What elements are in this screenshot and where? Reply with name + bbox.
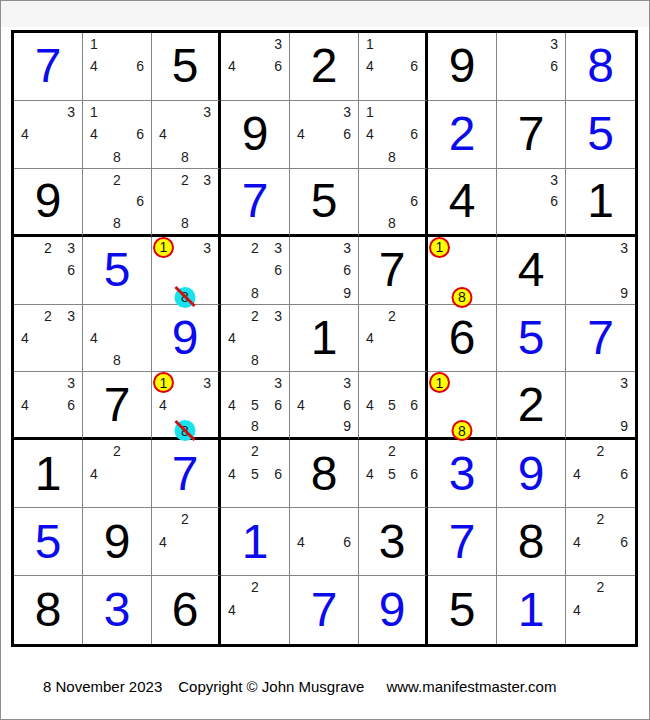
candidate-6: 6 [410,127,418,141]
cell-r2c3[interactable]: 348 [152,101,221,169]
candidate-2: 2 [597,444,605,458]
cell-r6c6[interactable]: 456 [359,372,428,440]
candidate-3: 3 [620,376,628,390]
solved-digit: 5 [14,508,82,575]
cell-r9c1[interactable]: 8 [14,576,83,644]
candidate-3: 3 [67,309,75,323]
candidate-4: 4 [21,127,29,141]
cell-r7c4[interactable]: 2456 [221,440,290,508]
footer-copyright: Copyright © John Musgrave [178,678,364,695]
given-digit: 2 [290,33,358,100]
candidate-8-yellow-highlight: 8 [452,287,473,308]
candidate-8-yellow-highlight: 8 [452,420,473,441]
candidate-6: 6 [343,263,351,277]
solved-digit: 3 [83,576,151,644]
solved-digit: 9 [359,576,425,644]
given-digit: 2 [497,372,565,437]
cell-r9c2[interactable]: 3 [83,576,152,644]
given-digit: 6 [152,576,218,644]
cell-r5c4[interactable]: 2348 [221,305,290,373]
candidate-2: 2 [597,512,605,526]
candidate-6: 6 [343,127,351,141]
candidate-4: 4 [297,127,305,141]
solved-digit: 8 [566,33,635,100]
candidate-3: 3 [550,37,558,51]
highlight-candidate-circle: 1 [429,237,450,258]
solved-digit: 9 [497,440,565,507]
eliminated-candidate-circle: 8 [175,420,196,441]
candidate-3: 3 [274,241,282,255]
candidate-1-yellow-highlight: 1 [153,237,174,258]
candidate-6: 6 [410,467,418,481]
given-digit: 9 [221,101,289,168]
candidate-5: 5 [251,467,259,481]
candidate-6: 6 [410,194,418,208]
cell-r4c7[interactable]: 18 [428,237,497,305]
solved-digit: 5 [83,237,151,304]
given-digit: 1 [290,305,358,372]
cell-r5c6[interactable]: 24 [359,305,428,373]
candidate-8: 8 [113,150,121,164]
cell-r3c7[interactable]: 4 [428,169,497,237]
candidate-3: 3 [67,105,75,119]
candidate-6: 6 [67,263,75,277]
solved-digit: 3 [428,440,496,507]
cell-r6c5[interactable]: 3469 [290,372,359,440]
cell-r7c9[interactable]: 246 [566,440,635,508]
cell-r1c5[interactable]: 2 [290,33,359,101]
cell-r8c5[interactable]: 46 [290,508,359,576]
candidate-1-yellow-highlight: 1 [429,237,450,258]
cell-r6c7[interactable]: 18 [428,372,497,440]
cell-r1c3[interactable]: 5 [152,33,221,101]
candidate-5: 5 [251,398,259,412]
highlight-candidate-circle: 1 [429,372,450,393]
candidate-3: 3 [203,173,211,187]
candidate-8: 8 [251,419,259,433]
candidate-4: 4 [366,127,374,141]
given-digit: 3 [359,508,425,575]
sudoku-board: 7146534621469368341468348934614682759268… [11,30,638,647]
candidate-4: 4 [573,535,581,549]
cell-r7c6[interactable]: 2456 [359,440,428,508]
highlight-candidate-circle: 1 [153,237,174,258]
cell-r5c3[interactable]: 9 [152,305,221,373]
given-digit: 5 [290,169,358,234]
cell-r2c6[interactable]: 1468 [359,101,428,169]
candidate-2: 2 [44,309,52,323]
given-digit: 7 [497,101,565,168]
candidate-3: 3 [67,241,75,255]
cell-r4c5[interactable]: 369 [290,237,359,305]
solved-digit: 5 [566,101,635,168]
cell-r2c4[interactable]: 9 [221,101,290,169]
candidate-6: 6 [274,467,282,481]
candidate-3: 3 [274,376,282,390]
given-digit: 1 [14,440,82,507]
candidate-4: 4 [573,603,581,617]
cell-r3c9[interactable]: 1 [566,169,635,237]
candidate-4: 4 [159,127,167,141]
candidate-3: 3 [67,376,75,390]
cell-r9c4[interactable]: 24 [221,576,290,644]
footer-website: www.manifestmaster.com [386,678,556,695]
given-digit: 6 [428,305,496,372]
cell-r1c7[interactable]: 9 [428,33,497,101]
candidate-4: 4 [90,127,98,141]
candidate-1: 1 [90,105,98,119]
cell-r6c9[interactable]: 39 [566,372,635,440]
cell-r2c1[interactable]: 34 [14,101,83,169]
candidate-6: 6 [136,127,144,141]
candidate-3: 3 [343,241,351,255]
eliminated-candidate-circle: 8 [175,287,196,308]
candidate-2: 2 [251,444,259,458]
cell-r2c8[interactable]: 7 [497,101,566,169]
footer: 8 November 2023Copyright © John Musgrave… [43,679,556,696]
candidate-9: 9 [343,419,351,433]
solved-digit: 7 [290,576,358,644]
cell-r6c1[interactable]: 346 [14,372,83,440]
puzzle-page: 7146534621469368341468348934614682759268… [0,0,650,720]
candidate-6: 6 [410,398,418,412]
solved-digit: 7 [152,440,218,507]
candidate-4: 4 [228,603,236,617]
given-digit: 8 [14,576,82,644]
candidate-9: 9 [620,286,628,300]
candidate-digit: 8 [458,290,466,304]
cell-r3c5[interactable]: 5 [290,169,359,237]
candidate-3: 3 [274,309,282,323]
cell-r8c6[interactable]: 3 [359,508,428,576]
cell-r9c7[interactable]: 5 [428,576,497,644]
given-digit: 4 [428,169,496,234]
candidate-digit: 1 [436,240,444,254]
candidate-6: 6 [136,59,144,73]
solved-digit: 2 [428,101,496,168]
cell-r8c2[interactable]: 9 [83,508,152,576]
cell-r8c3[interactable]: 24 [152,508,221,576]
cell-r4c2[interactable]: 5 [83,237,152,305]
candidate-4: 4 [228,59,236,73]
candidate-6: 6 [343,535,351,549]
candidate-digit: 1 [436,376,444,390]
solved-digit: 9 [152,305,218,372]
candidate-8: 8 [181,150,189,164]
cell-r4c4[interactable]: 2368 [221,237,290,305]
cell-r2c7[interactable]: 2 [428,101,497,169]
candidate-6: 6 [550,194,558,208]
candidate-2: 2 [44,241,52,255]
candidate-8: 8 [388,150,396,164]
cell-r1c2[interactable]: 146 [83,33,152,101]
cell-r7c7[interactable]: 3 [428,440,497,508]
candidate-3: 3 [550,173,558,187]
cell-r2c9[interactable]: 5 [566,101,635,169]
highlight-candidate-circle: 8 [452,420,473,441]
cell-r8c9[interactable]: 246 [566,508,635,576]
candidate-6: 6 [136,194,144,208]
cell-r9c8[interactable]: 1 [497,576,566,644]
candidate-2: 2 [251,309,259,323]
cell-r1c1[interactable]: 7 [14,33,83,101]
candidate-4: 4 [297,398,305,412]
candidate-6: 6 [620,535,628,549]
candidate-2: 2 [181,512,189,526]
candidate-digit: 1 [160,240,168,254]
given-digit: 9 [14,169,82,234]
candidate-digit: 8 [181,424,189,438]
candidate-8: 8 [113,216,121,230]
cell-r7c1[interactable]: 1 [14,440,83,508]
candidate-4: 4 [228,398,236,412]
candidate-1-yellow-highlight: 1 [153,372,174,393]
candidate-2: 2 [251,580,259,594]
cell-r3c4[interactable]: 7 [221,169,290,237]
candidate-9: 9 [620,419,628,433]
candidate-3: 3 [620,241,628,255]
candidate-4: 4 [366,331,374,345]
cell-r5c8[interactable]: 5 [497,305,566,373]
cell-r7c2[interactable]: 24 [83,440,152,508]
candidate-3: 3 [343,376,351,390]
candidate-8-cyan-highlight: 8 [175,287,196,308]
cell-r6c4[interactable]: 34568 [221,372,290,440]
cell-r4c8[interactable]: 4 [497,237,566,305]
candidate-4: 4 [297,535,305,549]
top-strip [1,1,649,27]
candidate-6: 6 [550,59,558,73]
candidate-4: 4 [21,398,29,412]
candidate-4: 4 [21,331,29,345]
cell-r3c6[interactable]: 68 [359,169,428,237]
given-digit: 5 [152,33,218,100]
candidate-4: 4 [228,331,236,345]
candidate-6: 6 [620,467,628,481]
solved-digit: 7 [221,169,289,234]
cell-r6c8[interactable]: 2 [497,372,566,440]
candidate-4: 4 [90,59,98,73]
cell-r2c5[interactable]: 346 [290,101,359,169]
cell-r2c2[interactable]: 1468 [83,101,152,169]
cell-r6c3[interactable]: 1348 [152,372,221,440]
cell-r1c4[interactable]: 346 [221,33,290,101]
candidate-2: 2 [388,444,396,458]
candidate-5: 5 [388,467,396,481]
candidate-digit: 8 [181,290,189,304]
cell-r9c6[interactable]: 9 [359,576,428,644]
candidate-2: 2 [388,309,396,323]
cell-r8c7[interactable]: 7 [428,508,497,576]
solved-digit: 7 [428,508,496,575]
cell-r8c4[interactable]: 1 [221,508,290,576]
candidate-2: 2 [251,241,259,255]
candidate-digit: 8 [458,424,466,438]
candidate-8: 8 [251,353,259,367]
given-digit: 9 [428,33,496,100]
cell-r1c8[interactable]: 36 [497,33,566,101]
candidate-4: 4 [366,467,374,481]
given-digit: 7 [83,372,151,437]
candidate-1: 1 [366,37,374,51]
cell-r3c8[interactable]: 36 [497,169,566,237]
cell-r3c2[interactable]: 268 [83,169,152,237]
candidate-6: 6 [67,398,75,412]
cell-r9c3[interactable]: 6 [152,576,221,644]
solved-digit: 7 [14,33,82,100]
cell-r6c2[interactable]: 7 [83,372,152,440]
cell-r8c8[interactable]: 8 [497,508,566,576]
highlight-candidate-circle: 1 [153,372,174,393]
cell-r1c6[interactable]: 146 [359,33,428,101]
cell-r5c9[interactable]: 7 [566,305,635,373]
candidate-3: 3 [274,37,282,51]
cell-r5c5[interactable]: 1 [290,305,359,373]
cell-r8c1[interactable]: 5 [14,508,83,576]
candidate-4: 4 [90,467,98,481]
candidate-8: 8 [251,286,259,300]
cell-r7c3[interactable]: 7 [152,440,221,508]
given-digit: 1 [566,169,635,234]
cell-r4c9[interactable]: 39 [566,237,635,305]
candidate-6: 6 [410,59,418,73]
candidate-3: 3 [203,241,211,255]
cell-r7c8[interactable]: 9 [497,440,566,508]
given-digit: 8 [497,508,565,575]
candidate-6: 6 [274,59,282,73]
candidate-2: 2 [113,173,121,187]
given-digit: 9 [83,508,151,575]
given-digit: 8 [290,440,358,507]
solved-digit: 1 [221,508,289,575]
candidate-6: 6 [274,263,282,277]
candidate-2: 2 [181,173,189,187]
cell-r7c5[interactable]: 8 [290,440,359,508]
given-digit: 5 [428,576,496,644]
candidate-6: 6 [274,398,282,412]
candidate-5: 5 [388,398,396,412]
candidate-4: 4 [90,331,98,345]
candidate-4: 4 [159,398,167,412]
cell-r5c2[interactable]: 48 [83,305,152,373]
given-digit: 4 [497,237,565,304]
cell-r4c3[interactable]: 138 [152,237,221,305]
cell-r4c1[interactable]: 236 [14,237,83,305]
cell-r3c3[interactable]: 238 [152,169,221,237]
footer-date: 8 November 2023 [43,678,162,695]
candidate-8: 8 [388,216,396,230]
cell-r4c6[interactable]: 7 [359,237,428,305]
cell-r9c9[interactable]: 24 [566,576,635,644]
candidate-1-yellow-highlight: 1 [429,372,450,393]
given-digit: 7 [359,237,425,304]
cell-r5c7[interactable]: 6 [428,305,497,373]
candidate-3: 3 [203,376,211,390]
candidate-8: 8 [181,216,189,230]
candidate-3: 3 [343,105,351,119]
candidate-1: 1 [366,105,374,119]
candidate-digit: 1 [160,376,168,390]
candidate-2: 2 [597,580,605,594]
solved-digit: 5 [497,305,565,372]
solved-digit: 7 [566,305,635,372]
cell-r3c1[interactable]: 9 [14,169,83,237]
candidate-4: 4 [159,535,167,549]
candidate-4: 4 [366,398,374,412]
cell-r5c1[interactable]: 234 [14,305,83,373]
highlight-candidate-circle: 8 [452,287,473,308]
cell-r1c9[interactable]: 8 [566,33,635,101]
candidate-2: 2 [113,444,121,458]
candidate-9: 9 [343,286,351,300]
candidate-8-cyan-highlight: 8 [175,420,196,441]
candidate-6: 6 [343,398,351,412]
candidate-4: 4 [366,59,374,73]
candidate-1: 1 [90,37,98,51]
candidate-3: 3 [203,105,211,119]
candidate-4: 4 [228,467,236,481]
candidate-4: 4 [573,467,581,481]
cell-r9c5[interactable]: 7 [290,576,359,644]
solved-digit: 1 [497,576,565,644]
candidate-8: 8 [113,353,121,367]
